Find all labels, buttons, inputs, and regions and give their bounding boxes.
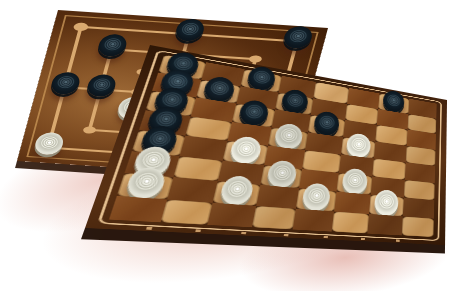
checkers-square[interactable] <box>256 185 299 209</box>
checkers-playing-area <box>109 55 437 237</box>
checkers-square[interactable] <box>296 188 336 211</box>
checkers-board-frame <box>85 45 447 245</box>
checkers-board <box>85 45 447 245</box>
checkers-square[interactable] <box>401 216 433 237</box>
checkers-square[interactable] <box>293 208 334 231</box>
checkers-square[interactable] <box>334 192 371 214</box>
checkers-square[interactable] <box>167 177 218 202</box>
checkers-square[interactable] <box>109 196 167 223</box>
checkers-square[interactable] <box>402 198 434 219</box>
checkers-square[interactable] <box>367 214 402 236</box>
checkers-square[interactable] <box>369 195 403 216</box>
checkers-square[interactable] <box>117 173 173 199</box>
checkers-square[interactable] <box>251 206 296 230</box>
checkers-square[interactable] <box>160 199 213 225</box>
checkers-square[interactable] <box>207 202 255 227</box>
checkers-square[interactable] <box>331 211 369 233</box>
product-photo-scene <box>0 0 450 291</box>
checkers-square[interactable] <box>213 181 260 206</box>
